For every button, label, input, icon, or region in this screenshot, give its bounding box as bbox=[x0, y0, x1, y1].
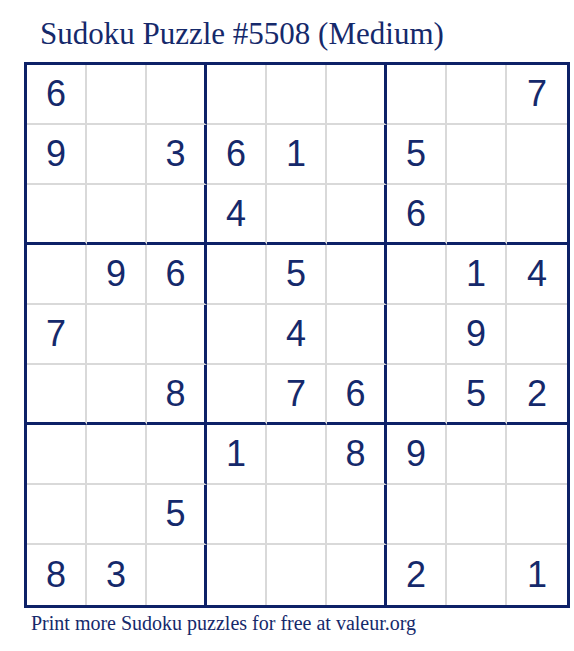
cell-r8c4 bbox=[207, 485, 267, 545]
cell-r5c6 bbox=[327, 305, 387, 365]
cell-r4c2: 9 bbox=[87, 245, 147, 305]
cell-r9c1: 8 bbox=[27, 545, 87, 605]
cell-r2c4: 6 bbox=[207, 125, 267, 185]
cell-r1c2 bbox=[87, 65, 147, 125]
cell-r1c6 bbox=[327, 65, 387, 125]
cell-r4c8: 1 bbox=[447, 245, 507, 305]
cell-r4c6 bbox=[327, 245, 387, 305]
cell-r8c8 bbox=[447, 485, 507, 545]
cell-r8c5 bbox=[267, 485, 327, 545]
cell-r5c3 bbox=[147, 305, 207, 365]
cell-r6c6: 6 bbox=[327, 365, 387, 425]
cell-r1c4 bbox=[207, 65, 267, 125]
cell-r7c3 bbox=[147, 425, 207, 485]
cell-r8c7 bbox=[387, 485, 447, 545]
cell-r9c2: 3 bbox=[87, 545, 147, 605]
cell-r5c8: 9 bbox=[447, 305, 507, 365]
cell-r9c7: 2 bbox=[387, 545, 447, 605]
cell-r3c7: 6 bbox=[387, 185, 447, 245]
cell-r6c9: 2 bbox=[507, 365, 567, 425]
cell-r7c5 bbox=[267, 425, 327, 485]
cell-r8c9 bbox=[507, 485, 567, 545]
cell-r8c2 bbox=[87, 485, 147, 545]
footer-text: Print more Sudoku puzzles for free at va… bbox=[31, 612, 416, 635]
cell-r9c8 bbox=[447, 545, 507, 605]
cell-r9c5 bbox=[267, 545, 327, 605]
cell-r6c3: 8 bbox=[147, 365, 207, 425]
cell-r1c5 bbox=[267, 65, 327, 125]
cell-r6c1 bbox=[27, 365, 87, 425]
cell-r9c6 bbox=[327, 545, 387, 605]
cell-r1c7 bbox=[387, 65, 447, 125]
cell-r3c1 bbox=[27, 185, 87, 245]
cell-r2c1: 9 bbox=[27, 125, 87, 185]
cell-r6c8: 5 bbox=[447, 365, 507, 425]
cell-r3c8 bbox=[447, 185, 507, 245]
cell-r5c1: 7 bbox=[27, 305, 87, 365]
cell-r4c9: 4 bbox=[507, 245, 567, 305]
cell-r9c3 bbox=[147, 545, 207, 605]
sudoku-board: 679361546965147498765218958321 bbox=[24, 62, 570, 608]
cell-r6c4 bbox=[207, 365, 267, 425]
cell-r7c8 bbox=[447, 425, 507, 485]
cell-r4c7 bbox=[387, 245, 447, 305]
cell-r8c3: 5 bbox=[147, 485, 207, 545]
cell-r5c5: 4 bbox=[267, 305, 327, 365]
cell-r7c9 bbox=[507, 425, 567, 485]
cell-r2c8 bbox=[447, 125, 507, 185]
cell-r5c4 bbox=[207, 305, 267, 365]
cell-r2c9 bbox=[507, 125, 567, 185]
cell-r8c1 bbox=[27, 485, 87, 545]
cell-r4c1 bbox=[27, 245, 87, 305]
cell-r1c3 bbox=[147, 65, 207, 125]
cell-r7c4: 1 bbox=[207, 425, 267, 485]
cell-r1c9: 7 bbox=[507, 65, 567, 125]
cell-r3c5 bbox=[267, 185, 327, 245]
cell-r1c1: 6 bbox=[27, 65, 87, 125]
cell-r2c3: 3 bbox=[147, 125, 207, 185]
cell-r8c6 bbox=[327, 485, 387, 545]
page-title: Sudoku Puzzle #5508 (Medium) bbox=[40, 16, 444, 52]
cell-r3c6 bbox=[327, 185, 387, 245]
cell-r5c9 bbox=[507, 305, 567, 365]
cell-r9c4 bbox=[207, 545, 267, 605]
cell-r4c3: 6 bbox=[147, 245, 207, 305]
cell-r3c4: 4 bbox=[207, 185, 267, 245]
cell-r2c2 bbox=[87, 125, 147, 185]
cell-r7c6: 8 bbox=[327, 425, 387, 485]
cell-r7c1 bbox=[27, 425, 87, 485]
cell-r3c3 bbox=[147, 185, 207, 245]
cell-r3c9 bbox=[507, 185, 567, 245]
cell-r7c7: 9 bbox=[387, 425, 447, 485]
cell-r3c2 bbox=[87, 185, 147, 245]
cell-r9c9: 1 bbox=[507, 545, 567, 605]
cell-r6c5: 7 bbox=[267, 365, 327, 425]
cell-r4c5: 5 bbox=[267, 245, 327, 305]
cell-r4c4 bbox=[207, 245, 267, 305]
cell-r5c7 bbox=[387, 305, 447, 365]
cell-r6c2 bbox=[87, 365, 147, 425]
cell-r2c5: 1 bbox=[267, 125, 327, 185]
cell-r7c2 bbox=[87, 425, 147, 485]
cell-r6c7 bbox=[387, 365, 447, 425]
cell-r2c6 bbox=[327, 125, 387, 185]
cell-r1c8 bbox=[447, 65, 507, 125]
cell-r5c2 bbox=[87, 305, 147, 365]
cell-r2c7: 5 bbox=[387, 125, 447, 185]
